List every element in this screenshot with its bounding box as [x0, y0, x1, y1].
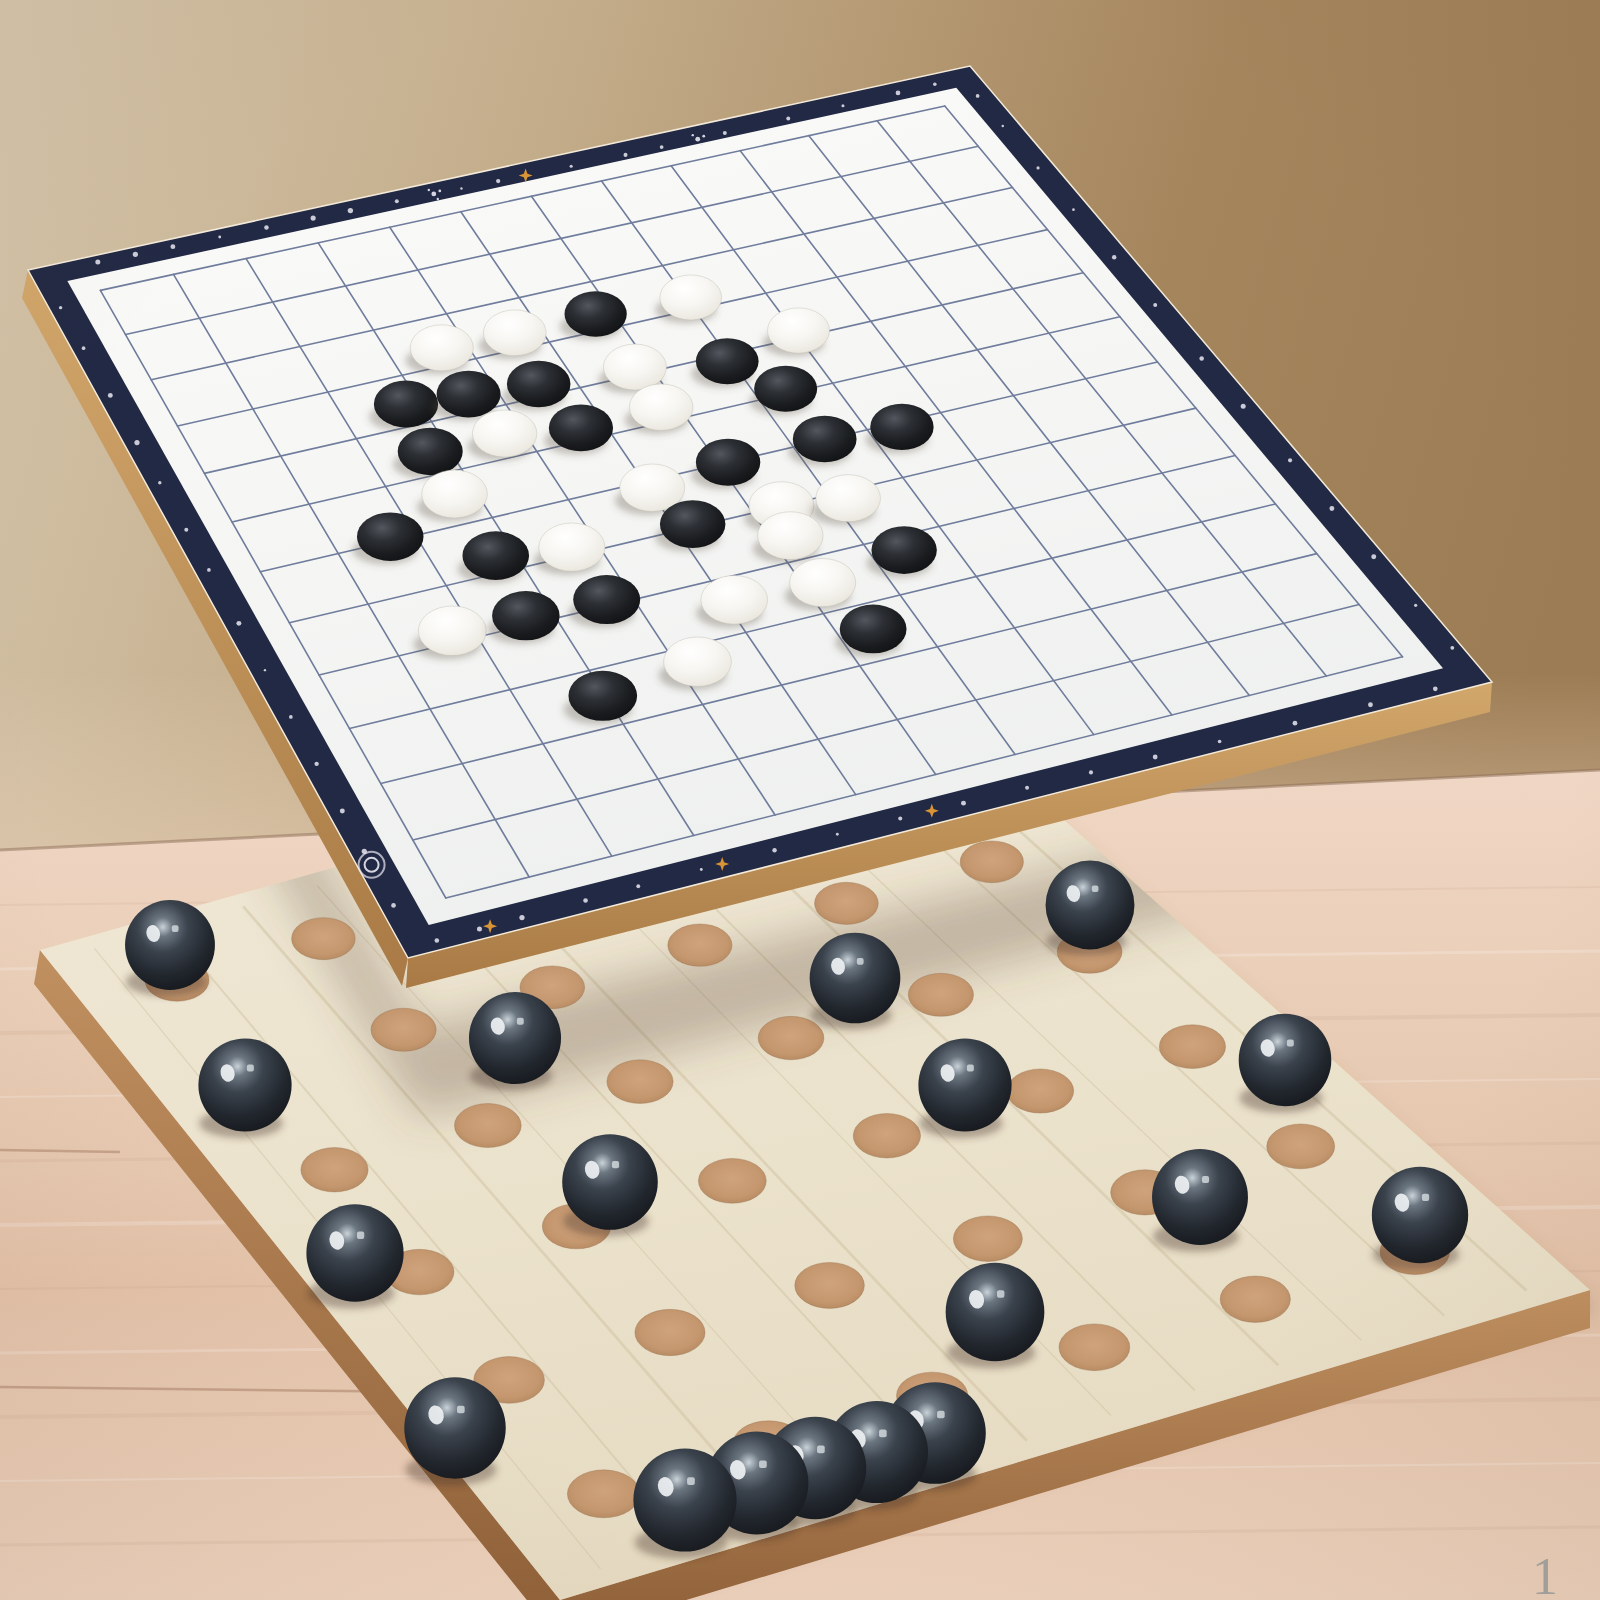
product-photo-gomoku-set: 1	[0, 0, 1600, 1600]
watermark: 1	[1532, 1548, 1558, 1600]
vignette	[0, 0, 1600, 1600]
